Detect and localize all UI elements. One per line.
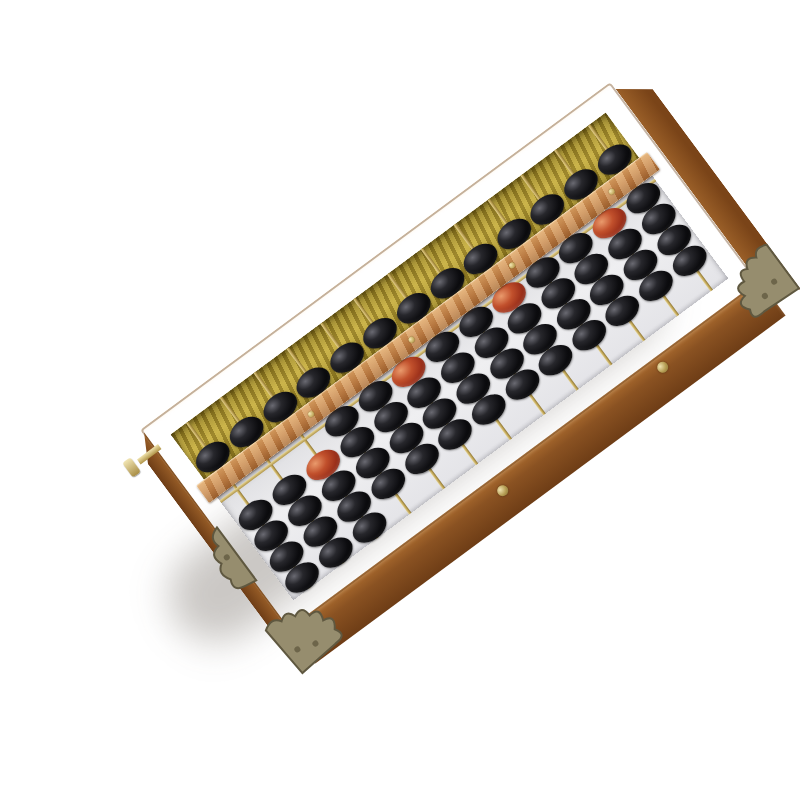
product-photo-background	[0, 0, 800, 800]
beam-unit-dot	[307, 410, 315, 418]
beam-unit-dot	[507, 261, 515, 269]
beam-unit-dot	[407, 336, 415, 344]
abacus	[140, 61, 800, 671]
beam-unit-dot	[608, 187, 616, 195]
